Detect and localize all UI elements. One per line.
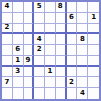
cell-r6c1[interactable] bbox=[2, 56, 13, 67]
cell-r1c3[interactable] bbox=[24, 2, 35, 13]
cell-r7c9[interactable] bbox=[88, 67, 99, 78]
cell-r1c4[interactable]: 5 bbox=[34, 2, 45, 13]
cell-r5c9[interactable] bbox=[88, 45, 99, 56]
cell-r8c4[interactable] bbox=[34, 77, 45, 88]
cell-r8c7[interactable]: 2 bbox=[67, 77, 78, 88]
cell-r6c5[interactable] bbox=[45, 56, 56, 67]
cell-r5c3[interactable] bbox=[24, 45, 35, 56]
cell-r5c7[interactable] bbox=[67, 45, 78, 56]
cell-r9c7[interactable] bbox=[67, 88, 78, 99]
cell-r9c3[interactable] bbox=[24, 88, 35, 99]
cell-r7c2[interactable]: 3 bbox=[13, 67, 24, 78]
cell-r3c8[interactable] bbox=[77, 24, 88, 35]
cell-r7c5[interactable]: 1 bbox=[45, 67, 56, 78]
cell-r5c6[interactable] bbox=[56, 45, 67, 56]
cell-r9c9[interactable] bbox=[88, 88, 99, 99]
cell-r7c7[interactable] bbox=[67, 67, 78, 78]
cell-r8c8[interactable] bbox=[77, 77, 88, 88]
cell-r2c9[interactable]: 1 bbox=[88, 13, 99, 24]
cell-r2c3[interactable] bbox=[24, 13, 35, 24]
cell-r4c3[interactable] bbox=[24, 34, 35, 45]
cell-r4c9[interactable] bbox=[88, 34, 99, 45]
cell-r6c7[interactable] bbox=[67, 56, 78, 67]
cell-r2c1[interactable] bbox=[2, 13, 13, 24]
cell-r9c4[interactable] bbox=[34, 88, 45, 99]
cell-r4c1[interactable] bbox=[2, 34, 13, 45]
cell-r4c7[interactable] bbox=[67, 34, 78, 45]
cell-r8c9[interactable] bbox=[88, 77, 99, 88]
cell-r2c7[interactable]: 6 bbox=[67, 13, 78, 24]
cell-r6c3[interactable]: 9 bbox=[24, 56, 35, 67]
cell-r8c3[interactable] bbox=[24, 77, 35, 88]
cell-r4c2[interactable] bbox=[13, 34, 24, 45]
cell-r1c8[interactable] bbox=[77, 2, 88, 13]
cell-r9c5[interactable] bbox=[45, 88, 56, 99]
cell-r1c1[interactable]: 4 bbox=[2, 2, 13, 13]
cell-r3c9[interactable] bbox=[88, 24, 99, 35]
cell-r2c8[interactable] bbox=[77, 13, 88, 24]
cell-r8c2[interactable] bbox=[13, 77, 24, 88]
cell-r4c8[interactable]: 8 bbox=[77, 34, 88, 45]
cell-r5c1[interactable] bbox=[2, 45, 13, 56]
cell-r8c5[interactable] bbox=[45, 77, 56, 88]
cell-r9c6[interactable] bbox=[56, 88, 67, 99]
cell-r1c2[interactable] bbox=[13, 2, 24, 13]
cell-r3c6[interactable] bbox=[56, 24, 67, 35]
cell-r1c7[interactable] bbox=[67, 2, 78, 13]
cell-r5c4[interactable]: 2 bbox=[34, 45, 45, 56]
cell-r6c9[interactable] bbox=[88, 56, 99, 67]
cell-r2c6[interactable] bbox=[56, 13, 67, 24]
cell-r1c6[interactable]: 8 bbox=[56, 2, 67, 13]
cell-r9c2[interactable] bbox=[13, 88, 24, 99]
cell-r5c8[interactable] bbox=[77, 45, 88, 56]
cell-r6c4[interactable] bbox=[34, 56, 45, 67]
cell-r5c5[interactable] bbox=[45, 45, 56, 56]
cell-r7c4[interactable] bbox=[34, 67, 45, 78]
cell-r7c1[interactable] bbox=[2, 67, 13, 78]
cell-r3c4[interactable] bbox=[34, 24, 45, 35]
cell-r6c6[interactable] bbox=[56, 56, 67, 67]
cell-r4c6[interactable] bbox=[56, 34, 67, 45]
cell-r7c6[interactable] bbox=[56, 67, 67, 78]
cell-r9c1[interactable] bbox=[2, 88, 13, 99]
cell-r6c2[interactable]: 1 bbox=[13, 56, 24, 67]
cell-r2c4[interactable] bbox=[34, 13, 45, 24]
cell-r7c3[interactable] bbox=[24, 67, 35, 78]
cell-r3c1[interactable]: 2 bbox=[2, 24, 13, 35]
cell-r3c3[interactable] bbox=[24, 24, 35, 35]
cell-r6c8[interactable] bbox=[77, 56, 88, 67]
cell-r8c6[interactable] bbox=[56, 77, 67, 88]
cell-r8c1[interactable]: 7 bbox=[2, 77, 13, 88]
cell-r1c5[interactable] bbox=[45, 2, 56, 13]
cell-r1c9[interactable] bbox=[88, 2, 99, 13]
cell-r3c5[interactable] bbox=[45, 24, 56, 35]
sudoku-board: 45861248621931724 bbox=[0, 0, 101, 101]
cell-r3c7[interactable] bbox=[67, 24, 78, 35]
cell-r5c2[interactable]: 6 bbox=[13, 45, 24, 56]
cell-r2c2[interactable] bbox=[13, 13, 24, 24]
cell-r4c5[interactable] bbox=[45, 34, 56, 45]
cell-r3c2[interactable] bbox=[13, 24, 24, 35]
cell-r4c4[interactable]: 4 bbox=[34, 34, 45, 45]
cell-r2c5[interactable] bbox=[45, 13, 56, 24]
cell-r9c8[interactable]: 4 bbox=[77, 88, 88, 99]
cell-r7c8[interactable] bbox=[77, 67, 88, 78]
